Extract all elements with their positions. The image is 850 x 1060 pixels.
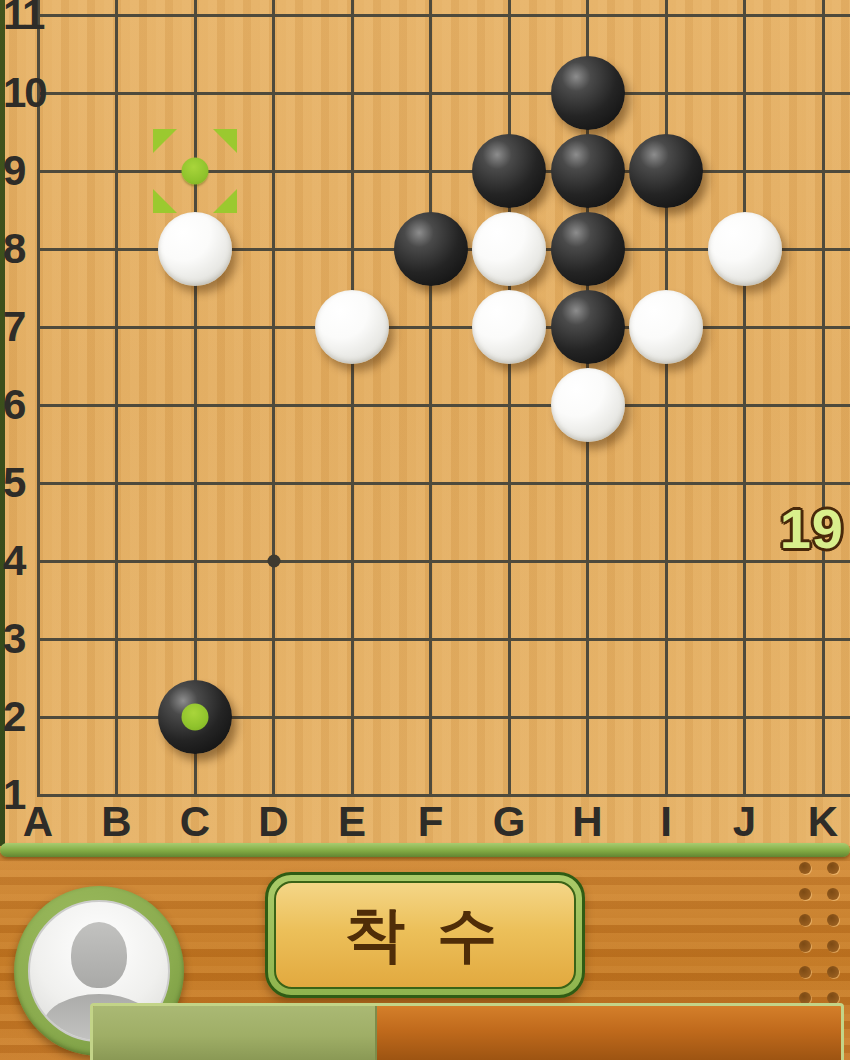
row-label: 6 bbox=[3, 381, 24, 429]
row-label: 1 bbox=[3, 771, 24, 819]
stone-black bbox=[551, 56, 625, 130]
rivet-icon bbox=[827, 862, 839, 874]
stone-white bbox=[158, 212, 232, 286]
stone-white bbox=[629, 290, 703, 364]
grid-line-vertical bbox=[37, 0, 40, 796]
star-point bbox=[267, 555, 280, 568]
timer-value: 19 bbox=[780, 496, 844, 561]
col-label: B bbox=[101, 798, 131, 846]
grid-line-horizontal bbox=[37, 92, 850, 95]
col-label: E bbox=[338, 798, 366, 846]
timer-bar-fill bbox=[93, 1006, 377, 1060]
place-stone-button-label: 착 수 bbox=[274, 881, 576, 989]
stone-black bbox=[551, 212, 625, 286]
col-label: A bbox=[23, 798, 53, 846]
grid-line-horizontal bbox=[37, 638, 850, 641]
stone-white bbox=[551, 368, 625, 442]
row-label: 2 bbox=[3, 693, 24, 741]
grid-line-vertical bbox=[115, 0, 118, 796]
cursor-dot-icon bbox=[182, 158, 209, 185]
rivet-icon bbox=[799, 888, 811, 900]
col-label: H bbox=[572, 798, 602, 846]
game-screen: ABCDEFGHIJK1110987654321 착 수 19 bbox=[0, 0, 850, 1060]
selection-cursor[interactable] bbox=[145, 121, 245, 221]
grid-line-vertical bbox=[508, 0, 511, 796]
grid-line-vertical bbox=[665, 0, 668, 796]
bar-top-separator bbox=[0, 843, 850, 857]
grid-line-vertical bbox=[822, 0, 825, 796]
cursor-corner-icon bbox=[213, 189, 237, 213]
rivet-icon bbox=[827, 966, 839, 978]
avatar-head-icon bbox=[71, 922, 127, 988]
row-label: 11 bbox=[3, 0, 43, 39]
rivet-icon bbox=[799, 966, 811, 978]
stone-white bbox=[472, 212, 546, 286]
stone-black bbox=[158, 680, 232, 754]
row-label: 7 bbox=[3, 303, 24, 351]
rivet-icon bbox=[799, 940, 811, 952]
col-label: F bbox=[418, 798, 444, 846]
grid-line-vertical bbox=[272, 0, 275, 796]
grid-line-horizontal bbox=[37, 794, 850, 797]
row-label: 8 bbox=[3, 225, 24, 273]
grid-line-horizontal bbox=[37, 482, 850, 485]
last-move-marker bbox=[182, 704, 209, 731]
grid-line-horizontal bbox=[37, 404, 850, 407]
grid-line-horizontal bbox=[37, 14, 850, 17]
stone-white bbox=[315, 290, 389, 364]
timer-bar bbox=[90, 1003, 844, 1060]
go-board[interactable]: ABCDEFGHIJK1110987654321 bbox=[0, 0, 850, 846]
col-label: G bbox=[493, 798, 526, 846]
stone-black bbox=[394, 212, 468, 286]
rivet-icon bbox=[799, 914, 811, 926]
stone-black bbox=[629, 134, 703, 208]
row-label: 3 bbox=[3, 615, 24, 663]
stone-black bbox=[472, 134, 546, 208]
rivet-icon bbox=[827, 914, 839, 926]
stone-black bbox=[551, 134, 625, 208]
col-label: I bbox=[660, 798, 672, 846]
grid-line-vertical bbox=[429, 0, 432, 796]
place-stone-button[interactable]: 착 수 bbox=[265, 872, 585, 998]
grid-line-vertical bbox=[351, 0, 354, 796]
col-label: J bbox=[733, 798, 756, 846]
rivet-icon bbox=[827, 940, 839, 952]
rivet-icon bbox=[827, 888, 839, 900]
col-label: K bbox=[808, 798, 838, 846]
stone-white bbox=[472, 290, 546, 364]
col-label: C bbox=[180, 798, 210, 846]
grid-line-vertical bbox=[194, 0, 197, 796]
grid-line-horizontal bbox=[37, 560, 850, 563]
rivet-icon bbox=[799, 862, 811, 874]
row-label: 10 bbox=[3, 69, 46, 117]
stone-white bbox=[708, 212, 782, 286]
cursor-corner-icon bbox=[213, 129, 237, 153]
cursor-corner-icon bbox=[153, 189, 177, 213]
stone-black bbox=[551, 290, 625, 364]
row-label: 4 bbox=[3, 537, 24, 585]
row-label: 5 bbox=[3, 459, 24, 507]
grid-line-horizontal bbox=[37, 326, 850, 329]
cursor-corner-icon bbox=[153, 129, 177, 153]
grid-line-vertical bbox=[743, 0, 746, 796]
col-label: D bbox=[258, 798, 288, 846]
row-label: 9 bbox=[3, 147, 24, 195]
